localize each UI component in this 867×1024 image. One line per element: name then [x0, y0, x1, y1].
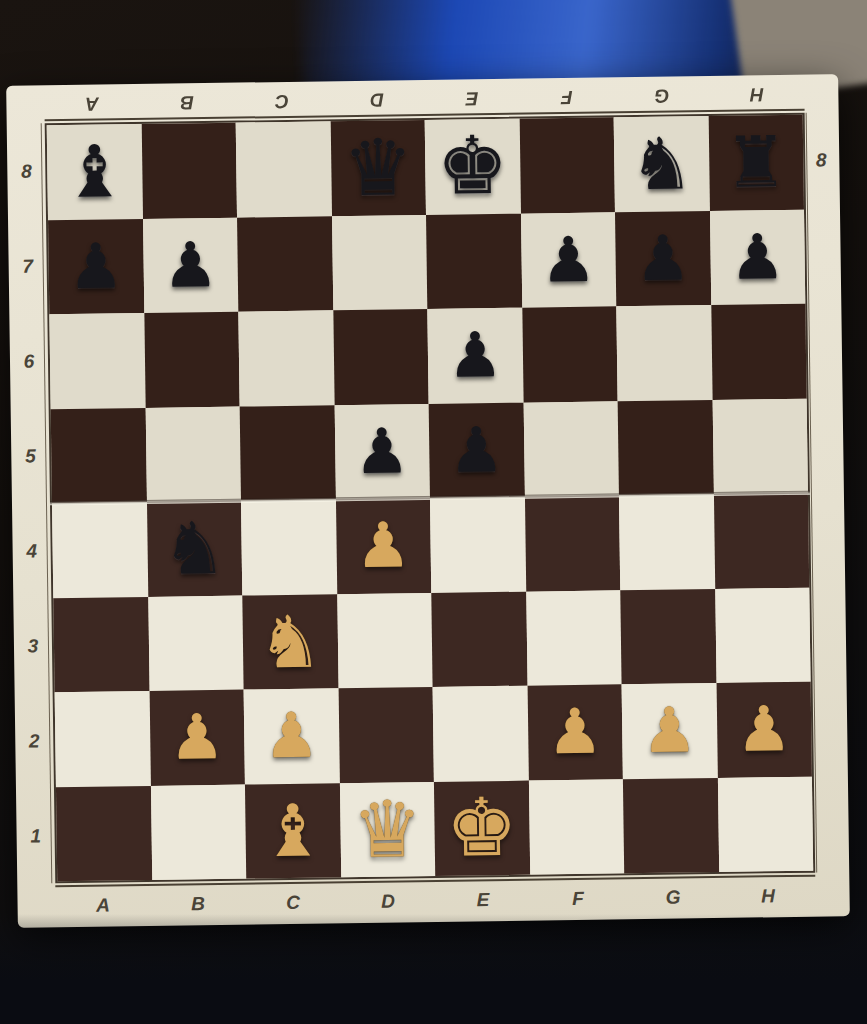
file-label-top-d: D — [329, 84, 424, 115]
square-f1[interactable] — [528, 779, 624, 875]
square-c1[interactable]: ♝ — [245, 783, 341, 879]
black-pawn[interactable]: ♟ — [68, 235, 124, 298]
square-d6[interactable] — [333, 309, 429, 405]
square-h2[interactable]: ♟ — [716, 682, 812, 778]
square-d1[interactable]: ♛ — [339, 781, 435, 877]
rank-label-left-3: 3 — [17, 598, 48, 693]
white-pawn[interactable]: ♟ — [641, 700, 697, 763]
square-e6[interactable]: ♟ — [427, 308, 523, 404]
white-king[interactable]: ♚ — [445, 788, 518, 869]
square-d8[interactable]: ♛ — [330, 120, 426, 216]
white-pawn[interactable]: ♟ — [169, 706, 225, 769]
file-label-top-g: G — [614, 80, 709, 111]
file-label-bottom-g: G — [625, 878, 721, 917]
square-g7[interactable]: ♟ — [615, 211, 711, 307]
square-a6[interactable] — [49, 313, 145, 409]
file-label-top-h: H — [709, 79, 804, 110]
rank-label-left-6: 6 — [13, 313, 44, 408]
square-h5[interactable] — [712, 398, 808, 494]
file-label-top-e: E — [424, 83, 519, 114]
black-pawn[interactable]: ♟ — [540, 228, 596, 291]
file-label-bottom-h: H — [720, 877, 816, 916]
square-g2[interactable]: ♟ — [622, 683, 718, 779]
rank-label-right-8: 8 — [807, 112, 836, 207]
file-label-top-b: B — [139, 87, 234, 118]
black-pawn[interactable]: ♟ — [729, 226, 785, 289]
square-a1[interactable] — [56, 785, 152, 881]
square-f4[interactable] — [524, 495, 620, 591]
black-pawn[interactable]: ♟ — [448, 419, 504, 482]
square-c5[interactable] — [240, 405, 336, 501]
square-h7[interactable]: ♟ — [709, 209, 805, 305]
rank-label-left-4: 4 — [16, 503, 47, 598]
square-e4[interactable] — [430, 497, 526, 593]
square-e3[interactable] — [431, 591, 527, 687]
rank-label-left-2: 2 — [19, 693, 50, 788]
black-knight[interactable]: ♞ — [162, 512, 228, 585]
square-b6[interactable] — [144, 312, 240, 408]
square-g5[interactable] — [618, 400, 714, 496]
square-e5[interactable]: ♟ — [429, 402, 525, 498]
black-bishop[interactable]: ♝ — [62, 135, 128, 208]
square-a5[interactable] — [51, 407, 147, 503]
black-king[interactable]: ♚ — [436, 126, 509, 207]
square-b3[interactable] — [148, 595, 244, 691]
square-e8[interactable]: ♚ — [425, 119, 521, 215]
black-pawn[interactable]: ♟ — [447, 324, 503, 387]
square-a8[interactable]: ♝ — [47, 124, 143, 220]
square-a3[interactable] — [53, 596, 149, 692]
square-g8[interactable]: ♞ — [614, 116, 710, 212]
rank-label-left-5: 5 — [15, 408, 46, 503]
square-f6[interactable] — [522, 306, 618, 402]
white-queen[interactable]: ♛ — [352, 790, 423, 869]
white-pawn[interactable]: ♟ — [263, 705, 319, 768]
white-knight[interactable]: ♞ — [257, 605, 323, 678]
white-pawn[interactable]: ♟ — [547, 701, 603, 764]
square-f3[interactable] — [526, 590, 622, 686]
square-b8[interactable] — [141, 123, 237, 219]
square-c6[interactable] — [238, 310, 334, 406]
black-pawn[interactable]: ♟ — [354, 420, 410, 483]
square-g3[interactable] — [620, 589, 716, 685]
file-label-top-a: A — [44, 88, 139, 119]
square-b2[interactable]: ♟ — [149, 690, 245, 786]
square-h3[interactable] — [715, 587, 811, 683]
square-f2[interactable]: ♟ — [527, 684, 623, 780]
square-b5[interactable] — [145, 406, 241, 502]
rank-label-left-8: 8 — [11, 123, 42, 218]
square-d3[interactable] — [337, 592, 433, 688]
square-g6[interactable] — [616, 305, 712, 401]
black-rook[interactable]: ♜ — [724, 127, 788, 198]
square-h4[interactable] — [713, 493, 809, 589]
square-d4[interactable]: ♟ — [335, 498, 431, 594]
black-queen[interactable]: ♛ — [343, 128, 414, 207]
white-bishop[interactable]: ♝ — [260, 794, 326, 867]
file-label-top-f: F — [519, 81, 614, 112]
square-b4[interactable]: ♞ — [146, 501, 242, 597]
square-h1[interactable] — [717, 776, 813, 872]
square-a2[interactable] — [55, 691, 151, 787]
black-pawn[interactable]: ♟ — [162, 234, 218, 297]
square-f5[interactable] — [523, 401, 619, 497]
white-pawn[interactable]: ♟ — [355, 514, 411, 577]
square-c3[interactable]: ♞ — [242, 594, 338, 690]
square-b1[interactable] — [150, 784, 246, 880]
square-e2[interactable] — [433, 686, 529, 782]
square-f8[interactable] — [519, 117, 615, 213]
square-f7[interactable]: ♟ — [520, 212, 616, 308]
board-grid: ♝♛♚♞♜♟♟♟♟♟♟♟♟♞♟♞♟♟♟♟♟♝♛♚ — [45, 113, 816, 884]
square-c8[interactable] — [236, 121, 332, 217]
file-label-bottom-f: F — [530, 879, 626, 918]
chess-board: ABCDEFGH 87654321 87654321 ABCDEFGH ♝♛♚♞… — [6, 74, 850, 928]
square-c2[interactable]: ♟ — [244, 688, 340, 784]
square-h8[interactable]: ♜ — [708, 115, 804, 211]
square-a7[interactable]: ♟ — [48, 218, 144, 314]
square-c4[interactable] — [241, 499, 337, 595]
rank-label-left-7: 7 — [12, 218, 43, 313]
square-c7[interactable] — [237, 216, 333, 312]
square-b7[interactable]: ♟ — [143, 217, 239, 313]
white-pawn[interactable]: ♟ — [736, 698, 792, 761]
file-label-top-c: C — [234, 85, 329, 116]
black-knight[interactable]: ♞ — [629, 128, 695, 201]
square-e1[interactable]: ♚ — [434, 780, 530, 876]
square-g4[interactable] — [619, 494, 715, 590]
square-e7[interactable] — [426, 213, 522, 309]
square-g1[interactable] — [623, 777, 719, 873]
square-h6[interactable] — [711, 304, 807, 400]
square-d5[interactable]: ♟ — [334, 403, 430, 499]
square-a4[interactable] — [52, 502, 148, 598]
black-pawn[interactable]: ♟ — [635, 227, 691, 290]
table-front-shadow — [0, 914, 867, 1024]
rank-label-left-1: 1 — [20, 788, 51, 883]
square-d7[interactable] — [332, 215, 428, 311]
square-d2[interactable] — [338, 687, 434, 783]
